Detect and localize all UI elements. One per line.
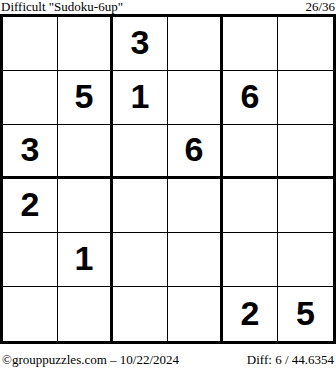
cell-r1c3[interactable]: 3 (113, 17, 168, 71)
cell-r4c4[interactable] (168, 179, 223, 233)
cell-r6c4[interactable] (168, 287, 223, 341)
copyright-credit: ©grouppuzzles.com – 10/22/2024 (2, 352, 179, 367)
cell-r1c4[interactable] (168, 17, 223, 71)
cell-r4c6[interactable] (278, 179, 333, 233)
puzzle-page: Difficult "Sudoku-6up" 26/36 3516362125 … (0, 0, 336, 370)
cell-r1c5[interactable] (223, 17, 278, 71)
cell-r3c3[interactable] (113, 125, 168, 179)
cell-r2c5[interactable]: 6 (223, 71, 278, 125)
cell-r5c1[interactable] (3, 233, 58, 287)
cell-r5c2[interactable]: 1 (58, 233, 113, 287)
footer-bar: ©grouppuzzles.com – 10/22/2024 Diff: 6 /… (0, 344, 336, 370)
cell-r6c2[interactable] (58, 287, 113, 341)
cell-r4c3[interactable] (113, 179, 168, 233)
cell-r5c4[interactable] (168, 233, 223, 287)
cell-r2c2[interactable]: 5 (58, 71, 113, 125)
cell-r6c1[interactable] (3, 287, 58, 341)
cell-r4c1[interactable]: 2 (3, 179, 58, 233)
cell-r6c5[interactable]: 2 (223, 287, 278, 341)
cell-r1c6[interactable] (278, 17, 333, 71)
cell-r5c3[interactable] (113, 233, 168, 287)
cell-r6c6[interactable]: 5 (278, 287, 333, 341)
cell-r1c2[interactable] (58, 17, 113, 71)
cell-r5c5[interactable] (223, 233, 278, 287)
cell-r2c1[interactable] (3, 71, 58, 125)
puzzle-title: Difficult "Sudoku-6up" (1, 0, 123, 14)
sudoku-board: 3516362125 (0, 14, 336, 344)
cell-r1c1[interactable] (3, 17, 58, 71)
cell-r3c2[interactable] (58, 125, 113, 179)
cell-r3c5[interactable] (223, 125, 278, 179)
cell-r6c3[interactable] (113, 287, 168, 341)
cell-r2c3[interactable]: 1 (113, 71, 168, 125)
cell-r4c2[interactable] (58, 179, 113, 233)
cell-r3c1[interactable]: 3 (3, 125, 58, 179)
cell-r5c6[interactable] (278, 233, 333, 287)
cell-r2c4[interactable] (168, 71, 223, 125)
difficulty-rating: Diff: 6 / 44.6354 (247, 352, 334, 367)
remaining-counter: 26/36 (305, 0, 335, 14)
cell-r2c6[interactable] (278, 71, 333, 125)
cell-r3c4[interactable]: 6 (168, 125, 223, 179)
cell-r4c5[interactable] (223, 179, 278, 233)
cell-r3c6[interactable] (278, 125, 333, 179)
header-bar: Difficult "Sudoku-6up" 26/36 (0, 0, 336, 14)
